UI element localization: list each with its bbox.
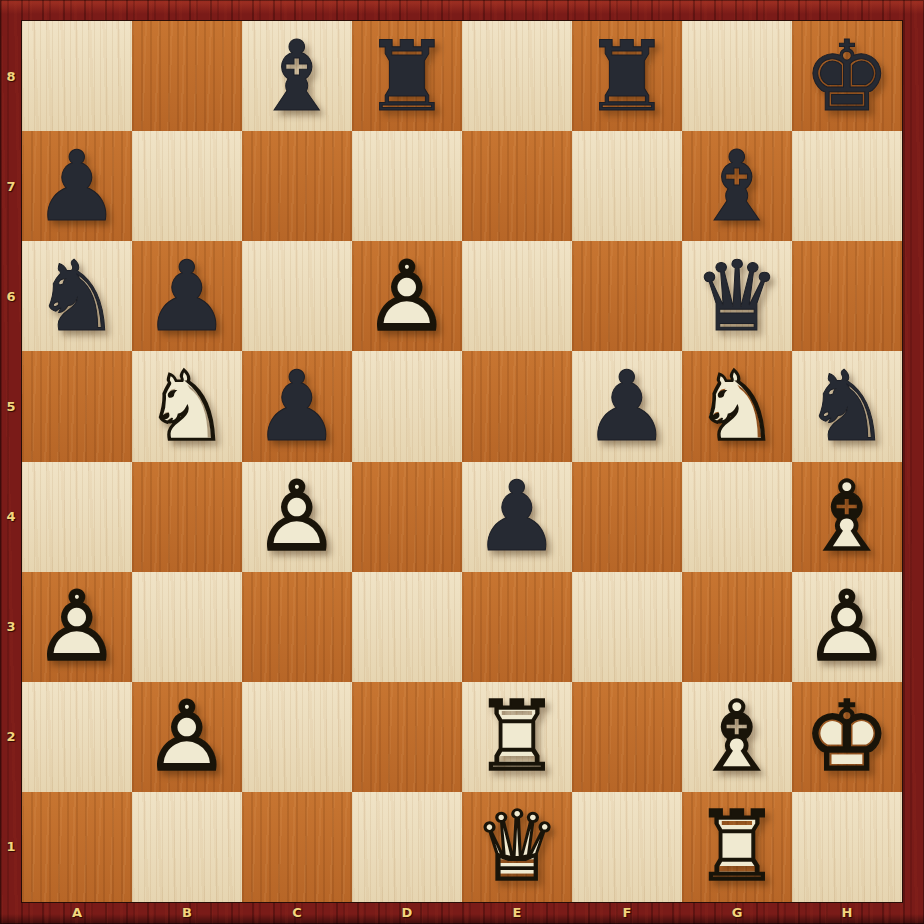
square-e7[interactable] [462, 131, 572, 241]
square-a2[interactable] [22, 682, 132, 792]
white-pawn-d6[interactable]: ♟♙ [352, 241, 462, 351]
square-b8[interactable] [132, 21, 242, 131]
black-bishop-c8[interactable]: ♝ [242, 21, 352, 131]
square-e1[interactable]: ♛♕ [462, 792, 572, 902]
piece-fill-glyph: ♜ [352, 21, 462, 131]
file-label-e: E [462, 901, 572, 924]
square-a6[interactable]: ♞ [22, 241, 132, 351]
square-f8[interactable]: ♜ [572, 21, 682, 131]
square-a4[interactable] [22, 462, 132, 572]
rank-label-8: 8 [0, 21, 22, 131]
black-king-h8[interactable]: ♚ [792, 21, 902, 131]
black-rook-d8[interactable]: ♜ [352, 21, 462, 131]
square-b6[interactable]: ♟ [132, 241, 242, 351]
piece-fill-glyph: ♝ [242, 21, 352, 131]
square-f7[interactable] [572, 131, 682, 241]
square-b7[interactable] [132, 131, 242, 241]
rank-label-2: 2 [0, 681, 22, 791]
square-d3[interactable] [352, 572, 462, 682]
square-g5[interactable]: ♞♘ [682, 351, 792, 461]
square-c7[interactable] [242, 131, 352, 241]
white-knight-b5[interactable]: ♞♘ [132, 351, 242, 461]
white-rook-g1[interactable]: ♜♖ [682, 792, 792, 902]
piece-outline-glyph: ♖ [462, 682, 572, 792]
square-g4[interactable] [682, 462, 792, 572]
square-e3[interactable] [462, 572, 572, 682]
square-d1[interactable] [352, 792, 462, 902]
square-h8[interactable]: ♚ [792, 21, 902, 131]
square-b4[interactable] [132, 462, 242, 572]
piece-fill-glyph: ♟ [462, 462, 572, 572]
white-pawn-a3[interactable]: ♟♙ [22, 572, 132, 682]
square-c6[interactable] [242, 241, 352, 351]
piece-outline-glyph: ♕ [462, 792, 572, 902]
square-c3[interactable] [242, 572, 352, 682]
piece-outline-glyph: ♔ [792, 682, 902, 792]
white-rook-e2[interactable]: ♜♖ [462, 682, 572, 792]
file-coordinates: A B C D E F G H [22, 901, 902, 924]
square-h2[interactable]: ♚♔ [792, 682, 902, 792]
square-d5[interactable] [352, 351, 462, 461]
rank-coordinates: 8 7 6 5 4 3 2 1 [0, 21, 22, 901]
black-rook-f8[interactable]: ♜ [572, 21, 682, 131]
black-knight-a6[interactable]: ♞ [22, 241, 132, 351]
piece-outline-glyph: ♙ [242, 462, 352, 572]
white-queen-e1[interactable]: ♛♕ [462, 792, 572, 902]
piece-outline-glyph: ♘ [682, 351, 792, 461]
piece-outline-glyph: ♘ [132, 351, 242, 461]
chess-board: ♝♜♜♚♟♝♞♟♟♙♛♞♘♟♟♞♘♞♟♙♟♝♗♟♙♟♙♟♙♜♖♝♗♚♔♛♕♜♖ [22, 21, 902, 902]
piece-fill-glyph: ♟ [132, 241, 242, 351]
black-pawn-a7[interactable]: ♟ [22, 131, 132, 241]
square-h6[interactable] [792, 241, 902, 351]
white-king-h2[interactable]: ♚♔ [792, 682, 902, 792]
square-b5[interactable]: ♞♘ [132, 351, 242, 461]
black-queen-g6[interactable]: ♛ [682, 241, 792, 351]
square-g3[interactable] [682, 572, 792, 682]
black-pawn-e4[interactable]: ♟ [462, 462, 572, 572]
white-bishop-g2[interactable]: ♝♗ [682, 682, 792, 792]
square-e4[interactable]: ♟ [462, 462, 572, 572]
white-pawn-c4[interactable]: ♟♙ [242, 462, 352, 572]
piece-fill-glyph: ♟ [22, 131, 132, 241]
square-g7[interactable]: ♝ [682, 131, 792, 241]
square-e6[interactable] [462, 241, 572, 351]
piece-fill-glyph: ♛ [682, 241, 792, 351]
piece-outline-glyph: ♙ [22, 572, 132, 682]
square-b3[interactable] [132, 572, 242, 682]
piece-outline-glyph: ♗ [792, 462, 902, 572]
piece-fill-glyph: ♟ [242, 351, 352, 461]
square-h3[interactable]: ♟♙ [792, 572, 902, 682]
square-d4[interactable] [352, 462, 462, 572]
rank-label-6: 6 [0, 241, 22, 351]
square-d2[interactable] [352, 682, 462, 792]
black-knight-h5[interactable]: ♞ [792, 351, 902, 461]
square-g8[interactable] [682, 21, 792, 131]
square-a7[interactable]: ♟ [22, 131, 132, 241]
square-h4[interactable]: ♝♗ [792, 462, 902, 572]
file-label-d: D [352, 901, 462, 924]
square-f1[interactable] [572, 792, 682, 902]
piece-fill-glyph: ♞ [22, 241, 132, 351]
rank-label-7: 7 [0, 131, 22, 241]
rank-label-4: 4 [0, 461, 22, 571]
piece-fill-glyph: ♚ [792, 21, 902, 131]
piece-outline-glyph: ♙ [792, 572, 902, 682]
square-c5[interactable]: ♟ [242, 351, 352, 461]
square-f4[interactable] [572, 462, 682, 572]
square-d8[interactable]: ♜ [352, 21, 462, 131]
file-label-g: G [682, 901, 792, 924]
square-c8[interactable]: ♝ [242, 21, 352, 131]
piece-outline-glyph: ♙ [132, 682, 242, 792]
file-label-a: A [22, 901, 132, 924]
square-a8[interactable] [22, 21, 132, 131]
square-d6[interactable]: ♟♙ [352, 241, 462, 351]
square-f2[interactable] [572, 682, 682, 792]
piece-fill-glyph: ♝ [682, 131, 792, 241]
black-pawn-f5[interactable]: ♟ [572, 351, 682, 461]
square-h7[interactable] [792, 131, 902, 241]
square-e5[interactable] [462, 351, 572, 461]
piece-fill-glyph: ♜ [572, 21, 682, 131]
white-bishop-h4[interactable]: ♝♗ [792, 462, 902, 572]
square-f3[interactable] [572, 572, 682, 682]
file-label-c: C [242, 901, 352, 924]
square-h1[interactable] [792, 792, 902, 902]
rank-label-5: 5 [0, 351, 22, 461]
square-g6[interactable]: ♛ [682, 241, 792, 351]
square-a1[interactable] [22, 792, 132, 902]
square-d7[interactable] [352, 131, 462, 241]
square-b1[interactable] [132, 792, 242, 902]
square-g1[interactable]: ♜♖ [682, 792, 792, 902]
square-e8[interactable] [462, 21, 572, 131]
rank-label-3: 3 [0, 571, 22, 681]
piece-outline-glyph: ♙ [352, 241, 462, 351]
white-pawn-b2[interactable]: ♟♙ [132, 682, 242, 792]
white-pawn-h3[interactable]: ♟♙ [792, 572, 902, 682]
square-b2[interactable]: ♟♙ [132, 682, 242, 792]
square-a3[interactable]: ♟♙ [22, 572, 132, 682]
rank-label-1: 1 [0, 791, 22, 901]
square-f6[interactable] [572, 241, 682, 351]
square-g2[interactable]: ♝♗ [682, 682, 792, 792]
black-pawn-b6[interactable]: ♟ [132, 241, 242, 351]
square-c1[interactable] [242, 792, 352, 902]
chess-board-frame: ♝♜♜♚♟♝♞♟♟♙♛♞♘♟♟♞♘♞♟♙♟♝♗♟♙♟♙♟♙♜♖♝♗♚♔♛♕♜♖ … [0, 0, 924, 924]
square-c2[interactable] [242, 682, 352, 792]
file-label-f: F [572, 901, 682, 924]
piece-fill-glyph: ♞ [792, 351, 902, 461]
black-pawn-c5[interactable]: ♟ [242, 351, 352, 461]
piece-outline-glyph: ♗ [682, 682, 792, 792]
square-f5[interactable]: ♟ [572, 351, 682, 461]
white-knight-g5[interactable]: ♞♘ [682, 351, 792, 461]
square-a5[interactable] [22, 351, 132, 461]
file-label-b: B [132, 901, 242, 924]
piece-outline-glyph: ♖ [682, 792, 792, 902]
piece-fill-glyph: ♟ [572, 351, 682, 461]
file-label-h: H [792, 901, 902, 924]
square-e2[interactable]: ♜♖ [462, 682, 572, 792]
black-bishop-g7[interactable]: ♝ [682, 131, 792, 241]
square-h5[interactable]: ♞ [792, 351, 902, 461]
square-c4[interactable]: ♟♙ [242, 462, 352, 572]
